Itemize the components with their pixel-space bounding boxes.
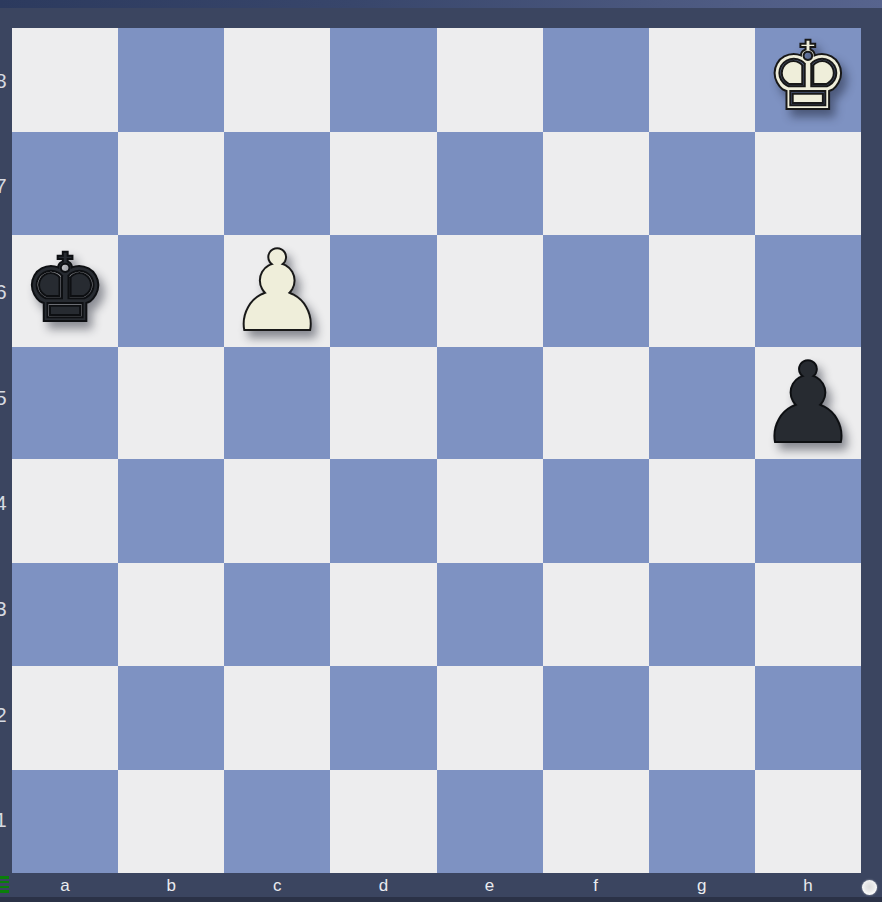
square-g6[interactable] bbox=[649, 235, 755, 347]
square-d4[interactable] bbox=[330, 459, 436, 563]
square-d7[interactable] bbox=[330, 132, 436, 236]
piece-black-pawn[interactable]: ♟ bbox=[758, 347, 858, 459]
file-label-c: c bbox=[273, 874, 282, 898]
square-g8[interactable] bbox=[649, 28, 755, 132]
square-e5[interactable] bbox=[437, 347, 543, 459]
square-a8[interactable] bbox=[12, 28, 118, 132]
square-h4[interactable] bbox=[755, 459, 861, 563]
square-c8[interactable] bbox=[224, 28, 330, 132]
square-e3[interactable] bbox=[437, 563, 543, 667]
square-c7[interactable] bbox=[224, 132, 330, 236]
square-g1[interactable] bbox=[649, 770, 755, 874]
square-c2[interactable] bbox=[224, 666, 330, 770]
square-g5[interactable] bbox=[649, 347, 755, 459]
rank-labels: 87654321 bbox=[0, 28, 12, 873]
square-d2[interactable] bbox=[330, 666, 436, 770]
square-b5[interactable] bbox=[118, 347, 224, 459]
square-c6[interactable]: ♟ bbox=[224, 235, 330, 347]
square-d8[interactable] bbox=[330, 28, 436, 132]
square-a2[interactable] bbox=[12, 666, 118, 770]
square-h6[interactable] bbox=[755, 235, 861, 347]
square-h3[interactable] bbox=[755, 563, 861, 667]
square-c1[interactable] bbox=[224, 770, 330, 874]
file-label-f: f bbox=[593, 874, 598, 898]
square-b2[interactable] bbox=[118, 666, 224, 770]
file-label-g: g bbox=[697, 874, 706, 898]
menu-icon[interactable] bbox=[0, 876, 9, 893]
piece-white-king[interactable]: ♚ bbox=[765, 29, 850, 124]
square-b7[interactable] bbox=[118, 132, 224, 236]
file-label-d: d bbox=[379, 874, 388, 898]
rank-label-3: 3 bbox=[0, 556, 12, 662]
square-c4[interactable] bbox=[224, 459, 330, 563]
chess-app-window: 87654321 ♚♚♟♟ abcdefgh bbox=[0, 0, 882, 902]
square-g7[interactable] bbox=[649, 132, 755, 236]
piece-black-king[interactable]: ♚ bbox=[22, 241, 107, 336]
square-e1[interactable] bbox=[437, 770, 543, 874]
square-g3[interactable] bbox=[649, 563, 755, 667]
square-d5[interactable] bbox=[330, 347, 436, 459]
square-e4[interactable] bbox=[437, 459, 543, 563]
square-f7[interactable] bbox=[543, 132, 649, 236]
file-label-h: h bbox=[803, 874, 812, 898]
square-g4[interactable] bbox=[649, 459, 755, 563]
square-d6[interactable] bbox=[330, 235, 436, 347]
square-a7[interactable] bbox=[12, 132, 118, 236]
square-e7[interactable] bbox=[437, 132, 543, 236]
square-b1[interactable] bbox=[118, 770, 224, 874]
square-f6[interactable] bbox=[543, 235, 649, 347]
square-h5[interactable]: ♟ bbox=[755, 347, 861, 459]
chess-board[interactable]: ♚♚♟♟ bbox=[12, 28, 861, 873]
square-e6[interactable] bbox=[437, 235, 543, 347]
resize-handle-icon[interactable] bbox=[862, 880, 877, 895]
rank-label-1: 1 bbox=[0, 767, 12, 873]
rank-label-8: 8 bbox=[0, 28, 12, 134]
rank-label-6: 6 bbox=[0, 239, 12, 345]
square-b6[interactable] bbox=[118, 235, 224, 347]
rank-label-5: 5 bbox=[0, 345, 12, 451]
bottom-bar bbox=[0, 873, 882, 902]
square-b4[interactable] bbox=[118, 459, 224, 563]
square-f2[interactable] bbox=[543, 666, 649, 770]
square-f8[interactable] bbox=[543, 28, 649, 132]
square-f3[interactable] bbox=[543, 563, 649, 667]
piece-white-pawn[interactable]: ♟ bbox=[227, 235, 327, 347]
square-d3[interactable] bbox=[330, 563, 436, 667]
file-label-a: a bbox=[60, 874, 69, 898]
rank-label-7: 7 bbox=[0, 134, 12, 240]
square-f5[interactable] bbox=[543, 347, 649, 459]
square-f1[interactable] bbox=[543, 770, 649, 874]
square-e8[interactable] bbox=[437, 28, 543, 132]
square-a1[interactable] bbox=[12, 770, 118, 874]
square-b3[interactable] bbox=[118, 563, 224, 667]
square-f4[interactable] bbox=[543, 459, 649, 563]
square-h2[interactable] bbox=[755, 666, 861, 770]
square-a4[interactable] bbox=[12, 459, 118, 563]
square-a3[interactable] bbox=[12, 563, 118, 667]
square-e2[interactable] bbox=[437, 666, 543, 770]
titlebar bbox=[0, 0, 882, 8]
square-a5[interactable] bbox=[12, 347, 118, 459]
square-h8[interactable]: ♚ bbox=[755, 28, 861, 132]
rank-label-2: 2 bbox=[0, 662, 12, 768]
file-label-e: e bbox=[485, 874, 494, 898]
square-b8[interactable] bbox=[118, 28, 224, 132]
square-a6[interactable]: ♚ bbox=[12, 235, 118, 347]
square-d1[interactable] bbox=[330, 770, 436, 874]
rank-label-4: 4 bbox=[0, 451, 12, 557]
file-label-b: b bbox=[166, 874, 175, 898]
square-h1[interactable] bbox=[755, 770, 861, 874]
square-c3[interactable] bbox=[224, 563, 330, 667]
square-g2[interactable] bbox=[649, 666, 755, 770]
square-h7[interactable] bbox=[755, 132, 861, 236]
square-c5[interactable] bbox=[224, 347, 330, 459]
